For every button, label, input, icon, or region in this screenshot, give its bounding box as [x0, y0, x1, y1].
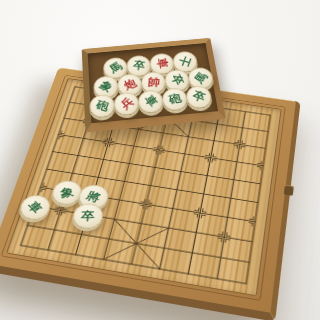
piece-character: 車	[142, 93, 159, 108]
piece-character: 帥	[147, 77, 159, 88]
tray-piece-卒: 卒	[185, 84, 214, 109]
piece-character: 馬	[107, 61, 123, 75]
tray-piece-砲: 砲	[89, 93, 116, 118]
piece-character: 象	[98, 79, 115, 94]
piece-character: 砲	[167, 92, 182, 105]
piece-tray: 馬卒車士象炮帥卒馬砲兵車砲卒	[82, 38, 226, 133]
tray-piece-砲: 砲	[161, 87, 189, 112]
piece-character: 卒	[132, 60, 145, 71]
piece-character: 兵	[118, 96, 135, 111]
piece-character: 將	[85, 190, 103, 204]
tray-piece-rows: 馬卒車士象炮帥卒馬砲兵車砲卒	[86, 41, 221, 125]
product-photo-scene: 象將車卒 馬卒車士象炮帥卒馬砲兵車砲卒	[0, 0, 320, 320]
piece-character: 士	[178, 55, 193, 68]
piece-character: 砲	[95, 99, 110, 112]
tray-piece-兵: 兵	[113, 91, 140, 116]
tray-piece-車: 車	[137, 89, 165, 114]
piece-character: 卒	[191, 90, 206, 104]
piece-character: 炮	[122, 77, 138, 91]
piece-character: 車	[155, 58, 169, 70]
clasp-notch	[284, 184, 294, 195]
piece-character: 馬	[192, 71, 208, 85]
piece-character: 卒	[81, 210, 95, 221]
piece-character: 卒	[169, 73, 185, 87]
piece-character: 車	[25, 199, 44, 215]
piece-character: 象	[60, 186, 75, 199]
